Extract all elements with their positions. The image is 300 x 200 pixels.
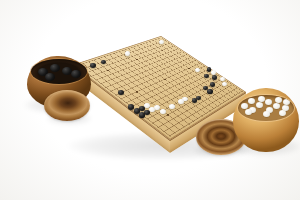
star-point	[167, 114, 169, 116]
black-stone	[50, 64, 60, 72]
star-point	[136, 91, 138, 93]
white-stone	[248, 98, 255, 104]
white-stone	[169, 104, 175, 109]
black-stone	[212, 75, 217, 79]
black-stone	[71, 70, 81, 78]
black-bowl-lid	[44, 90, 90, 121]
white-stone	[283, 99, 290, 105]
white-stone	[195, 68, 200, 72]
star-point	[162, 50, 164, 51]
black-stone	[210, 82, 215, 87]
star-point	[217, 87, 219, 88]
bowl-opening-black-stones	[31, 59, 87, 84]
black-stone	[192, 98, 198, 103]
white-stone	[154, 105, 160, 110]
white-stone	[159, 40, 164, 44]
white-stone	[211, 70, 216, 74]
white-stone	[258, 96, 265, 102]
black-stone	[139, 112, 145, 117]
white-stone	[245, 109, 252, 115]
star-point	[164, 79, 166, 80]
black-stone	[90, 63, 96, 68]
star-point	[188, 68, 190, 69]
black-stone	[207, 89, 212, 94]
white-stone	[222, 82, 227, 86]
go-set-photo	[0, 0, 300, 200]
white-stones-bowl	[233, 88, 299, 152]
white-stone	[220, 77, 225, 81]
white-stone	[275, 97, 282, 103]
star-point	[107, 70, 109, 72]
black-stone	[45, 73, 55, 81]
white-stone	[273, 103, 280, 109]
white-stone	[263, 111, 270, 117]
bowl-opening-white-stones	[238, 95, 294, 121]
white-stone	[279, 110, 286, 116]
white-stone	[160, 109, 166, 114]
white-stone	[178, 99, 184, 104]
white-stone	[256, 102, 263, 108]
white-stone	[265, 99, 272, 105]
